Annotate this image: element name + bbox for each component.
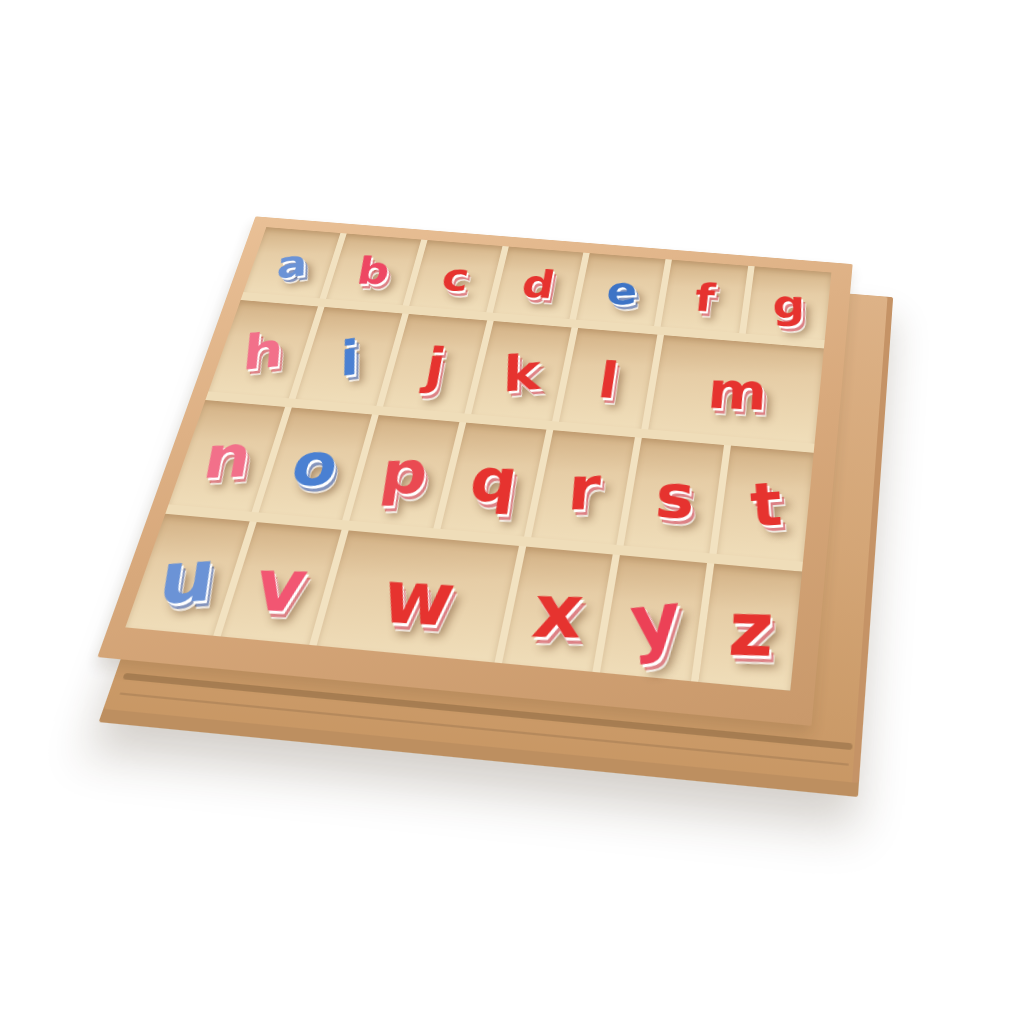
- movable-alphabet-box: abcdefghijklmnopqrstuvwxyz: [97, 216, 852, 726]
- compartment-c: c: [409, 240, 509, 313]
- letter-tile-x[interactable]: x: [530, 578, 587, 646]
- letter-tile-r[interactable]: r: [566, 463, 602, 517]
- letter-tile-p[interactable]: p: [377, 447, 431, 500]
- letter-tile-v[interactable]: v: [249, 553, 313, 619]
- letter-tile-g[interactable]: g: [773, 288, 806, 323]
- letter-tile-o[interactable]: o: [287, 439, 343, 493]
- photo-scene: abcdefghijklmnopqrstuvwxyz: [0, 0, 1024, 1024]
- compartment-s: s: [624, 438, 731, 553]
- compartment-d: d: [492, 247, 590, 320]
- letter-box-frame: abcdefghijklmnopqrstuvwxyz: [97, 216, 852, 726]
- letter-tile-u[interactable]: u: [155, 543, 219, 611]
- letter-tile-y[interactable]: y: [628, 585, 683, 657]
- letter-tile-k[interactable]: k: [503, 350, 542, 397]
- letter-tile-a[interactable]: a: [276, 246, 308, 283]
- compartment-e: e: [576, 253, 672, 327]
- letter-tile-m[interactable]: m: [706, 368, 768, 415]
- compartment-m: m: [648, 336, 823, 445]
- compartment-t: t: [717, 446, 814, 562]
- letter-tile-h[interactable]: h: [241, 328, 285, 375]
- letter-tile-t[interactable]: t: [749, 478, 784, 534]
- letter-tile-f[interactable]: f: [693, 281, 716, 316]
- compartment-f: f: [661, 260, 755, 334]
- letter-tile-l[interactable]: l: [596, 358, 622, 403]
- letter-tile-j[interactable]: j: [421, 344, 448, 388]
- letter-tile-q[interactable]: q: [467, 455, 521, 509]
- letter-tile-c[interactable]: c: [439, 261, 471, 295]
- compartment-l: l: [559, 328, 664, 429]
- letter-tile-i[interactable]: i: [339, 336, 359, 382]
- letter-tile-s[interactable]: s: [653, 470, 696, 525]
- letter-tile-n[interactable]: n: [199, 431, 255, 485]
- letter-tile-w[interactable]: w: [377, 564, 461, 634]
- compartment-y: y: [600, 555, 714, 682]
- compartment-z: z: [699, 563, 802, 690]
- letter-tile-b[interactable]: b: [355, 254, 393, 288]
- compartment-grid: abcdefghijklmnopqrstuvwxyz: [125, 227, 831, 691]
- letter-tile-e[interactable]: e: [606, 274, 637, 309]
- letter-tile-d[interactable]: d: [519, 267, 557, 303]
- letter-tile-z[interactable]: z: [727, 596, 775, 664]
- compartment-w: w: [316, 530, 526, 663]
- compartment-g: g: [746, 266, 832, 340]
